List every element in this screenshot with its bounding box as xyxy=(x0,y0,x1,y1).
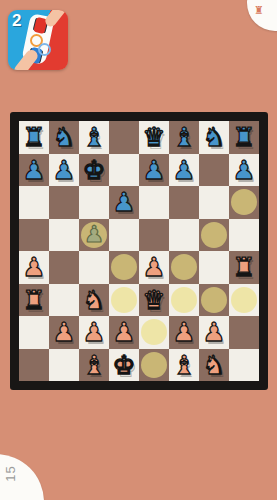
piece-black-pawn: ♟ xyxy=(84,223,105,246)
piece-black-bishop: ♝ xyxy=(172,124,195,150)
square-g8[interactable]: ♞ xyxy=(199,121,229,154)
square-d2[interactable]: ♟ xyxy=(109,316,139,349)
square-g3[interactable] xyxy=(199,284,229,317)
square-e4[interactable]: ♟ xyxy=(139,251,169,284)
square-c6[interactable] xyxy=(79,186,109,219)
square-a6[interactable] xyxy=(19,186,49,219)
square-h6[interactable] xyxy=(229,186,259,219)
piece-white-pawn: ♟ xyxy=(82,319,105,345)
piece-black-pawn: ♟ xyxy=(22,157,45,183)
piece-white-bishop: ♝ xyxy=(172,352,195,378)
piece-black-queen: ♛ xyxy=(142,124,165,150)
square-d8[interactable] xyxy=(109,121,139,154)
piece-white-bishop: ♝ xyxy=(82,352,105,378)
square-d6[interactable]: ♟ xyxy=(109,186,139,219)
move-target-dot xyxy=(231,287,257,313)
square-h1[interactable] xyxy=(229,349,259,382)
square-h4[interactable]: ♜ xyxy=(229,251,259,284)
square-e3[interactable]: ♛ xyxy=(139,284,169,317)
app-shortcut-icon[interactable]: 2 xyxy=(8,10,68,70)
square-g7[interactable] xyxy=(199,154,229,187)
move-target-dot xyxy=(171,254,197,280)
piece-black-pawn: ♟ xyxy=(232,157,255,183)
square-h2[interactable] xyxy=(229,316,259,349)
piece-white-rook: ♜ xyxy=(22,287,45,313)
square-b3[interactable] xyxy=(49,284,79,317)
icon-badge: 2 xyxy=(12,11,21,31)
screen: 2 ♜ ♜♞♝♛♝♞♜♟♟♚♟♟♟♟♟♟♟♜♜♞♛♟♟♟♟♟♝♚♝♞ 15 xyxy=(0,0,277,500)
piece-white-pawn: ♟ xyxy=(172,319,195,345)
square-e6[interactable] xyxy=(139,186,169,219)
square-e8[interactable]: ♛ xyxy=(139,121,169,154)
move-target-dot xyxy=(231,189,257,215)
piece-black-rook: ♜ xyxy=(232,124,255,150)
square-d3[interactable] xyxy=(109,284,139,317)
square-c3[interactable]: ♞ xyxy=(79,284,109,317)
move-target-dot xyxy=(201,222,227,248)
square-f7[interactable]: ♟ xyxy=(169,154,199,187)
floating-bubble-bottom-left[interactable]: 15 xyxy=(0,454,44,500)
piece-white-pawn: ♟ xyxy=(112,319,135,345)
square-f5[interactable] xyxy=(169,219,199,252)
square-h3[interactable] xyxy=(229,284,259,317)
square-d1[interactable]: ♚ xyxy=(109,349,139,382)
square-g6[interactable] xyxy=(199,186,229,219)
piece-white-king: ♚ xyxy=(112,352,135,378)
square-c8[interactable]: ♝ xyxy=(79,121,109,154)
move-target-dot xyxy=(111,254,137,280)
square-g2[interactable]: ♟ xyxy=(199,316,229,349)
move-target-dot xyxy=(171,287,197,313)
bubble-icon: ♜ xyxy=(254,4,264,17)
square-b5[interactable] xyxy=(49,219,79,252)
piece-white-pawn: ♟ xyxy=(52,319,75,345)
square-d5[interactable] xyxy=(109,219,139,252)
square-a5[interactable] xyxy=(19,219,49,252)
piece-white-pawn: ♟ xyxy=(142,254,165,280)
square-d4[interactable] xyxy=(109,251,139,284)
square-d7[interactable] xyxy=(109,154,139,187)
square-f3[interactable] xyxy=(169,284,199,317)
move-target-dot xyxy=(201,287,227,313)
square-h8[interactable]: ♜ xyxy=(229,121,259,154)
square-e2[interactable] xyxy=(139,316,169,349)
piece-black-knight: ♞ xyxy=(52,124,75,150)
piece-white-knight: ♞ xyxy=(82,287,105,313)
square-e1[interactable] xyxy=(139,349,169,382)
square-c7[interactable]: ♚ xyxy=(79,154,109,187)
square-c5[interactable]: ♟ xyxy=(79,219,109,252)
square-f4[interactable] xyxy=(169,251,199,284)
square-b2[interactable]: ♟ xyxy=(49,316,79,349)
square-a7[interactable]: ♟ xyxy=(19,154,49,187)
piece-black-knight: ♞ xyxy=(202,124,225,150)
piece-black-rook: ♜ xyxy=(22,124,45,150)
square-f6[interactable] xyxy=(169,186,199,219)
piece-black-king: ♚ xyxy=(82,157,105,183)
move-target-dot xyxy=(111,287,137,313)
square-c4[interactable] xyxy=(79,251,109,284)
square-g1[interactable]: ♞ xyxy=(199,349,229,382)
square-f8[interactable]: ♝ xyxy=(169,121,199,154)
square-c1[interactable]: ♝ xyxy=(79,349,109,382)
square-e5[interactable] xyxy=(139,219,169,252)
square-a4[interactable]: ♟ xyxy=(19,251,49,284)
square-a2[interactable] xyxy=(19,316,49,349)
square-f1[interactable]: ♝ xyxy=(169,349,199,382)
floating-bubble-top-right[interactable]: ♜ xyxy=(247,0,277,31)
square-a3[interactable]: ♜ xyxy=(19,284,49,317)
touch-ring-icon xyxy=(38,43,51,56)
square-h7[interactable]: ♟ xyxy=(229,154,259,187)
piece-white-queen: ♛ xyxy=(142,287,165,313)
move-target-dot xyxy=(141,352,167,378)
square-b4[interactable] xyxy=(49,251,79,284)
square-g4[interactable] xyxy=(199,251,229,284)
piece-white-pawn: ♟ xyxy=(202,319,225,345)
piece-black-pawn: ♟ xyxy=(112,189,135,215)
square-b7[interactable]: ♟ xyxy=(49,154,79,187)
square-b1[interactable] xyxy=(49,349,79,382)
move-target-dot xyxy=(141,319,167,345)
chess-board: ♜♞♝♛♝♞♜♟♟♚♟♟♟♟♟♟♟♜♜♞♛♟♟♟♟♟♝♚♝♞ xyxy=(10,112,268,390)
square-c2[interactable]: ♟ xyxy=(79,316,109,349)
board-grid: ♜♞♝♛♝♞♜♟♟♚♟♟♟♟♟♟♟♜♜♞♛♟♟♟♟♟♝♚♝♞ xyxy=(19,121,259,381)
square-b6[interactable] xyxy=(49,186,79,219)
square-b8[interactable]: ♞ xyxy=(49,121,79,154)
piece-white-pawn: ♟ xyxy=(22,254,45,280)
piece-white-rook: ♜ xyxy=(232,254,255,280)
square-a8[interactable]: ♜ xyxy=(19,121,49,154)
square-e7[interactable]: ♟ xyxy=(139,154,169,187)
timer-text: 15 xyxy=(3,465,18,481)
piece-black-pawn: ♟ xyxy=(142,157,165,183)
square-h5[interactable] xyxy=(229,219,259,252)
piece-black-pawn: ♟ xyxy=(172,157,195,183)
piece-black-bishop: ♝ xyxy=(82,124,105,150)
piece-white-knight: ♞ xyxy=(202,352,225,378)
square-g5[interactable] xyxy=(199,219,229,252)
piece-black-pawn: ♟ xyxy=(52,157,75,183)
square-f2[interactable]: ♟ xyxy=(169,316,199,349)
square-a1[interactable] xyxy=(19,349,49,382)
